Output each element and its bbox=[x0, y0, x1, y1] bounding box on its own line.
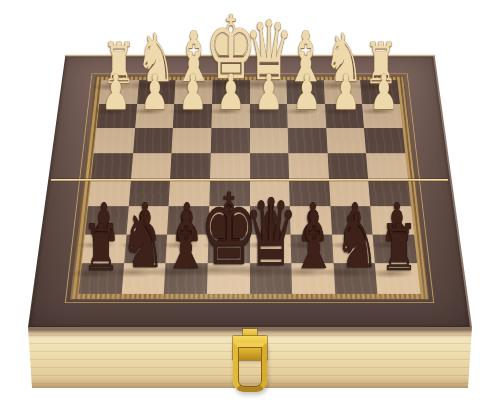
square[interactable] bbox=[133, 128, 173, 153]
square[interactable] bbox=[288, 153, 328, 179]
square[interactable] bbox=[131, 153, 172, 179]
square[interactable] bbox=[366, 153, 408, 179]
square[interactable] bbox=[326, 128, 366, 153]
square[interactable] bbox=[94, 128, 135, 153]
piece-black-rook[interactable]: ♜ bbox=[371, 216, 428, 280]
square[interactable] bbox=[211, 128, 250, 153]
chess-set-photo: ♜♞♝♚♛♝♞♜♟♟♟♟♟♟♟♟♟♟♟♟♟♟♟♟♜♞♝♚♛♝♞♜ bbox=[0, 0, 500, 413]
square[interactable] bbox=[250, 128, 289, 153]
piece-white-pawn[interactable]: ♟ bbox=[362, 68, 406, 117]
pawn-glyph: ♟ bbox=[369, 68, 398, 117]
square[interactable] bbox=[288, 128, 328, 153]
square[interactable] bbox=[327, 153, 368, 179]
square[interactable] bbox=[91, 153, 133, 179]
rook-glyph: ♜ bbox=[380, 216, 418, 280]
clasp-latch-ring[interactable] bbox=[233, 342, 267, 392]
square[interactable] bbox=[172, 128, 212, 153]
square[interactable] bbox=[364, 128, 405, 153]
